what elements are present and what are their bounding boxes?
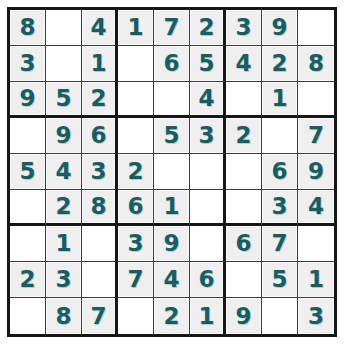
cell-r9c7[interactable]: 9 <box>226 298 262 334</box>
cell-r1c9[interactable] <box>298 10 334 46</box>
cell-r5c1[interactable]: 5 <box>10 154 46 190</box>
cell-r7c6[interactable] <box>190 226 226 262</box>
cell-r9c1[interactable] <box>10 298 46 334</box>
cell-r5c7[interactable] <box>226 154 262 190</box>
cell-r4c1[interactable] <box>10 118 46 154</box>
cell-r4c7[interactable]: 2 <box>226 118 262 154</box>
cell-r9c3[interactable]: 7 <box>82 298 118 334</box>
cell-r3c9[interactable] <box>298 82 334 118</box>
cell-r1c8[interactable]: 9 <box>262 10 298 46</box>
cell-r6c3[interactable]: 8 <box>82 190 118 226</box>
cell-r3c5[interactable] <box>154 82 190 118</box>
cell-r1c4[interactable]: 1 <box>118 10 154 46</box>
cell-r9c6[interactable]: 1 <box>190 298 226 334</box>
cell-r3c2[interactable]: 5 <box>46 82 82 118</box>
cell-r5c9[interactable]: 9 <box>298 154 334 190</box>
cell-r6c8[interactable]: 3 <box>262 190 298 226</box>
cell-r9c8[interactable] <box>262 298 298 334</box>
cell-r2c9[interactable]: 8 <box>298 46 334 82</box>
cell-r8c1[interactable]: 2 <box>10 262 46 298</box>
cell-r1c5[interactable]: 7 <box>154 10 190 46</box>
cell-r5c8[interactable]: 6 <box>262 154 298 190</box>
cell-r1c1[interactable]: 8 <box>10 10 46 46</box>
cell-r2c1[interactable]: 3 <box>10 46 46 82</box>
cell-r8c8[interactable]: 5 <box>262 262 298 298</box>
cell-r6c1[interactable] <box>10 190 46 226</box>
cell-r5c2[interactable]: 4 <box>46 154 82 190</box>
cell-r7c5[interactable]: 9 <box>154 226 190 262</box>
cell-r2c4[interactable] <box>118 46 154 82</box>
cell-r3c1[interactable]: 9 <box>10 82 46 118</box>
cell-r6c7[interactable] <box>226 190 262 226</box>
cell-r4c9[interactable]: 7 <box>298 118 334 154</box>
cell-r8c6[interactable]: 6 <box>190 262 226 298</box>
cell-r8c7[interactable] <box>226 262 262 298</box>
cell-r6c5[interactable]: 1 <box>154 190 190 226</box>
cell-r6c6[interactable] <box>190 190 226 226</box>
cell-r8c4[interactable]: 7 <box>118 262 154 298</box>
cell-r2c8[interactable]: 2 <box>262 46 298 82</box>
cell-r9c5[interactable]: 2 <box>154 298 190 334</box>
cell-r4c6[interactable]: 3 <box>190 118 226 154</box>
cell-r6c4[interactable]: 6 <box>118 190 154 226</box>
cell-r5c6[interactable] <box>190 154 226 190</box>
cell-r3c7[interactable] <box>226 82 262 118</box>
cell-r3c8[interactable]: 1 <box>262 82 298 118</box>
cell-r9c4[interactable] <box>118 298 154 334</box>
cell-r6c9[interactable]: 4 <box>298 190 334 226</box>
cell-r4c3[interactable]: 6 <box>82 118 118 154</box>
cell-r3c4[interactable] <box>118 82 154 118</box>
cell-r3c3[interactable]: 2 <box>82 82 118 118</box>
cell-r5c5[interactable] <box>154 154 190 190</box>
cell-r1c2[interactable] <box>46 10 82 46</box>
cell-r4c8[interactable] <box>262 118 298 154</box>
cell-r7c2[interactable]: 1 <box>46 226 82 262</box>
cell-r8c5[interactable]: 4 <box>154 262 190 298</box>
cell-r9c2[interactable]: 8 <box>46 298 82 334</box>
cell-r8c9[interactable]: 1 <box>298 262 334 298</box>
cell-r8c3[interactable] <box>82 262 118 298</box>
sudoku-board: 8417239316542895241965327543269286134139… <box>7 7 337 337</box>
cell-r4c5[interactable]: 5 <box>154 118 190 154</box>
cell-r4c4[interactable] <box>118 118 154 154</box>
cell-r7c1[interactable] <box>10 226 46 262</box>
cell-r7c4[interactable]: 3 <box>118 226 154 262</box>
cell-r3c6[interactable]: 4 <box>190 82 226 118</box>
cell-r9c9[interactable]: 3 <box>298 298 334 334</box>
cell-r7c8[interactable]: 7 <box>262 226 298 262</box>
cell-r1c3[interactable]: 4 <box>82 10 118 46</box>
cell-r8c2[interactable]: 3 <box>46 262 82 298</box>
cell-r7c7[interactable]: 6 <box>226 226 262 262</box>
cell-r1c6[interactable]: 2 <box>190 10 226 46</box>
cell-r2c7[interactable]: 4 <box>226 46 262 82</box>
cell-r2c6[interactable]: 5 <box>190 46 226 82</box>
cell-r6c2[interactable]: 2 <box>46 190 82 226</box>
cell-r7c3[interactable] <box>82 226 118 262</box>
cell-r2c5[interactable]: 6 <box>154 46 190 82</box>
cell-r5c3[interactable]: 3 <box>82 154 118 190</box>
page: 8417239316542895241965327543269286134139… <box>0 0 350 350</box>
cell-r5c4[interactable]: 2 <box>118 154 154 190</box>
cell-r4c2[interactable]: 9 <box>46 118 82 154</box>
cell-r7c9[interactable] <box>298 226 334 262</box>
cell-r1c7[interactable]: 3 <box>226 10 262 46</box>
cell-r2c2[interactable] <box>46 46 82 82</box>
cell-r2c3[interactable]: 1 <box>82 46 118 82</box>
